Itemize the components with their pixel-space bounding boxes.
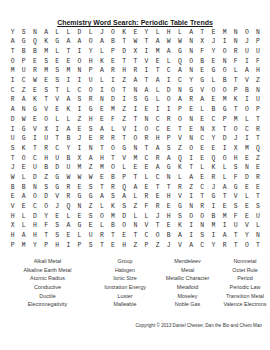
grid-cell: I [96,86,107,96]
grid-cell: I [74,106,85,116]
grid-cell: S [163,144,174,154]
word-list-item: Luster [95,291,155,300]
grid-cell: I [130,106,141,116]
grid-cell: A [85,154,96,164]
grid-cell: P [119,173,130,183]
grid-cell: I [241,57,252,67]
grid-cell: Z [40,173,51,183]
grid-cell: Z [74,115,85,125]
grid-cell: T [130,115,141,125]
grid-cell: A [18,231,29,241]
grid-cell: A [18,96,29,106]
grid-cell: E [197,144,208,154]
grid-cell: U [52,154,63,164]
grid-cell: R [186,96,197,106]
grid-cell: S [197,231,208,241]
grid-cell: E [252,183,263,193]
grid-cell: I [74,144,85,154]
grid-cell: I [186,231,197,241]
grid-cell: V [40,106,51,116]
grid-cell: I [29,135,40,145]
grid-cell: T [119,86,130,96]
grid-cell: T [107,154,118,164]
grid-cell: S [85,183,96,193]
grid-cell: O [174,115,185,125]
grid-cell: K [174,164,185,174]
grid-cell: E [141,183,152,193]
grid-cell: T [141,144,152,154]
grid-cell: L [163,57,174,67]
grid-cell: T [52,86,63,96]
grid-cell: C [141,231,152,241]
grid-cell: R [29,67,40,77]
grid-cell: C [197,135,208,145]
grid-cell: I [152,106,163,116]
grid-cell: J [163,241,174,251]
grid-cell: Z [130,241,141,251]
grid-cell: M [219,28,230,38]
grid-cell: M [40,67,51,77]
grid-cell: E [63,57,74,67]
grid-cell: V [174,135,185,145]
grid-cell: Z [252,154,263,164]
grid-cell: P [219,115,230,125]
grid-cell: X [40,125,51,135]
grid-cell: E [29,57,40,67]
grid-cell: T [252,115,263,125]
grid-cell: I [208,231,219,241]
grid-cell: T [252,193,263,203]
grid-cell: E [186,125,197,135]
grid-cell: I [130,125,141,135]
grid-cell: H [29,231,40,241]
grid-cell: H [252,67,263,77]
grid-cell: I [74,47,85,57]
grid-cell: N [186,202,197,212]
grid-cell: C [7,86,18,96]
grid-cell: L [197,106,208,116]
grid-cell: U [252,212,263,222]
grid-cell: X [74,154,85,164]
grid-cell: J [208,183,219,193]
grid-cell: J [230,135,241,145]
grid-cell: R [141,135,152,145]
grid-cell: L [241,193,252,203]
grid-cell: L [63,86,74,96]
grid-cell: R [219,241,230,251]
grid-cell: E [52,106,63,116]
grid-cell: G [29,106,40,116]
word-list-item: Noble Gas [155,300,220,309]
grid-cell: I [52,125,63,135]
grid-cell: E [130,164,141,174]
grid-cell: K [96,57,107,67]
grid-cell: G [208,193,219,203]
grid-cell: E [163,125,174,135]
grid-cell: J [208,38,219,48]
grid-cell: H [96,154,107,164]
grid-cell: R [63,183,74,193]
word-list-item: Group [95,257,155,266]
grid-cell: P [252,38,263,48]
grid-cell: D [7,115,18,125]
grid-cell: L [130,193,141,203]
grid-cell: V [174,241,185,251]
grid-cell: X [130,47,141,57]
grid-cell: X [230,144,241,154]
grid-cell: N [219,57,230,67]
grid-cell: P [174,106,185,116]
grid-cell: S [18,28,29,38]
word-list-item: Ionic Size [95,274,155,283]
grid-cell: R [130,67,141,77]
grid-cell: O [197,212,208,222]
grid-cell: A [7,38,18,48]
grid-cell: B [107,173,118,183]
grid-cell: C [152,173,163,183]
grid-cell: T [96,144,107,154]
grid-cell: B [197,57,208,67]
grid-cell: E [208,28,219,38]
grid-cell: M [152,47,163,57]
grid-cell: U [85,76,96,86]
grid-cell: X [208,125,219,135]
grid-cell: W [74,173,85,183]
grid-cell: B [18,183,29,193]
grid-cell: H [119,241,130,251]
grid-cell: R [152,154,163,164]
grid-cell: E [96,106,107,116]
grid-cell: G [230,183,241,193]
grid-cell: E [40,76,51,86]
grid-cell: T [130,57,141,67]
grid-cell: S [52,76,63,86]
grid-cell: T [96,241,107,251]
grid-cell: S [130,96,141,106]
grid-cell: I [241,135,252,145]
grid-cell: T [29,144,40,154]
grid-cell: S [119,202,130,212]
grid-cell: O [74,57,85,67]
grid-cell: H [119,67,130,77]
grid-cell: K [40,38,51,48]
grid-cell: R [85,96,96,106]
grid-cell: B [107,38,118,48]
grid-cell: P [107,47,118,57]
grid-cell: M [40,47,51,57]
word-list: Alkali MetalAlkaline Earth MetalAtomic R… [0,257,270,309]
grid-cell: H [85,115,96,125]
grid-cell: O [186,212,197,222]
grid-cell: E [186,106,197,116]
grid-cell: G [186,86,197,96]
grid-cell: A [63,222,74,232]
grid-cell: P [163,135,174,145]
grid-cell: E [219,202,230,212]
grid-cell: L [63,212,74,222]
grid-cell: T [7,154,18,164]
grid-cell: A [174,67,185,77]
grid-cell: O [208,86,219,96]
grid-cell: C [174,76,185,86]
grid-cell: V [230,193,241,203]
grid-cell: D [29,173,40,183]
grid-cell: O [219,47,230,57]
grid-cell: R [252,125,263,135]
grid-cell: S [7,144,18,154]
grid-cell: J [74,135,85,145]
grid-cell: A [74,38,85,48]
grid-cell: E [197,115,208,125]
grid-cell: L [197,164,208,174]
grid-cell: I [74,76,85,86]
grid-cell: L [107,125,118,135]
grid-cell: R [63,193,74,203]
grid-cell: N [252,28,263,38]
grid-cell: M [18,241,29,251]
grid-cell: R [141,193,152,203]
grid-cell: E [252,164,263,174]
grid-cell: N [230,28,241,38]
word-list-item: Transition Metal [220,291,270,300]
grid-cell: T [174,125,185,135]
grid-cell: A [119,193,130,203]
grid-cell: A [186,28,197,38]
grid-cell: E [241,183,252,193]
grid-cell: A [96,125,107,135]
grid-cell: L [63,115,74,125]
grid-cell: E [52,212,63,222]
grid-cell: O [152,231,163,241]
grid-cell: F [197,47,208,57]
grid-cell: B [241,86,252,96]
grid-cell: T [252,135,263,145]
grid-cell: P [141,241,152,251]
grid-cell: U [241,47,252,57]
grid-cell: A [96,67,107,77]
grid-cell: V [174,193,185,203]
grid-cell: Z [130,202,141,212]
grid-cell: W [18,115,29,125]
grid-cell: M [107,106,118,116]
grid-cell: H [163,193,174,203]
grid-cell: Y [63,144,74,154]
grid-cell: F [141,202,152,212]
word-list-item: Metal [155,266,220,275]
grid-cell: L [74,231,85,241]
grid-cell: V [52,96,63,106]
grid-cell: T [230,231,241,241]
grid-cell: D [29,212,40,222]
grid-cell: D [52,164,63,174]
grid-cell: N [130,222,141,232]
grid-cell: Z [119,76,130,86]
grid-cell: C [197,241,208,251]
grid-cell: Y [241,231,252,241]
grid-cell: R [174,183,185,193]
grid-cell: R [163,115,174,125]
grid-cell: A [163,154,174,164]
grid-cell: A [152,76,163,86]
grid-cell: Y [208,241,219,251]
grid-cell: I [63,76,74,86]
grid-cell: A [152,38,163,48]
grid-cell: Y [141,28,152,38]
grid-cell: T [96,183,107,193]
grid-cell: K [18,144,29,154]
grid-cell: U [7,135,18,145]
grid-cell: T [230,106,241,116]
grid-cell: P [40,241,51,251]
grid-cell: Y [7,28,18,38]
grid-cell: E [52,57,63,67]
grid-cell: O [141,125,152,135]
grid-cell: Y [208,135,219,145]
grid-cell: R [7,96,18,106]
grid-cell: I [241,96,252,106]
word-list-item: Alkali Metal [0,257,95,266]
grid-cell: S [107,193,118,203]
grid-cell: E [141,106,152,116]
grid-cell: O [85,86,96,96]
grid-cell: I [186,193,197,203]
grid-cell: L [219,173,230,183]
grid-cell: T [141,38,152,48]
grid-cell: E [119,231,130,241]
grid-cell: A [96,193,107,203]
grid-cell: F [252,57,263,67]
grid-cell: G [174,202,185,212]
grid-cell: N [241,164,252,174]
grid-cell: C [197,183,208,193]
grid-cell: N [174,86,185,96]
grid-cell: T [119,38,130,48]
grid-cell: L [152,86,163,96]
grid-cell: T [152,67,163,77]
grid-cell: L [219,164,230,174]
grid-cell: X [197,38,208,48]
grid-cell: I [186,154,197,164]
grid-cell: O [18,154,29,164]
grid-cell: I [219,38,230,48]
grid-cell: Q [174,57,185,67]
grid-cell: O [96,212,107,222]
grid-cell: V [7,202,18,212]
grid-cell: R [40,144,51,154]
grid-cell: C [74,86,85,96]
grid-cell: T [197,193,208,203]
grid-cell: G [52,38,63,48]
grid-cell: E [163,222,174,232]
grid-cell: Z [119,106,130,116]
grid-cell: C [141,154,152,164]
grid-cell: S [85,125,96,135]
grid-cell: N [96,96,107,106]
grid-cell: B [63,154,74,164]
grid-cell: P [85,67,96,77]
grid-cell: T [252,241,263,251]
grid-cell: G [85,106,96,116]
grid-cell: H [29,222,40,232]
grid-cell: J [52,202,63,212]
grid-cell: O [29,193,40,203]
grid-cell: S [85,241,96,251]
word-list-item: Ductile [0,291,95,300]
grid-cell: S [252,202,263,212]
grid-cell: N [252,86,263,96]
grid-cell: E [107,57,118,67]
grid-cell: M [63,67,74,77]
grid-cell: I [141,47,152,57]
grid-cell: L [96,76,107,86]
grid-cell: P [230,86,241,96]
grid-cell: G [74,222,85,232]
grid-cell: T [40,231,51,241]
grid-cell: C [29,154,40,164]
grid-cell: D [74,28,85,38]
grid-cell: S [52,67,63,77]
grid-cell: O [241,28,252,38]
grid-cell: O [107,164,118,174]
grid-cell: M [130,154,141,164]
grid-cell: D [40,193,51,203]
grid-cell: G [18,38,29,48]
grid-cell: N [163,173,174,183]
grid-cell: E [197,154,208,164]
grid-cell: T [163,183,174,193]
grid-cell: S [40,183,51,193]
grid-cell: T [219,125,230,135]
grid-cell: M [107,212,118,222]
grid-cell: W [29,76,40,86]
grid-cell: G [18,135,29,145]
grid-cell: G [119,144,130,154]
word-list-item: Octet Rule [220,266,270,275]
grid-cell: U [40,135,51,145]
grid-cell: F [230,57,241,67]
grid-cell: A [241,67,252,77]
grid-cell: H [163,212,174,222]
grid-cell: A [186,173,197,183]
word-list-item: Electronegativity [0,300,95,309]
grid-cell: G [85,193,96,203]
grid-cell: N [29,183,40,193]
grid-cell: I [63,241,74,251]
grid-cell: F [230,173,241,183]
grid-cell: Q [252,144,263,154]
grid-cell: E [241,154,252,164]
word-list-item: Malleable [95,300,155,309]
grid-cell: S [52,231,63,241]
grid-cell: A [130,183,141,193]
grid-cell: Z [252,76,263,86]
grid-cell: F [40,222,51,232]
grid-cell: N [18,106,29,116]
grid-cell: M [7,67,18,77]
grid-cell: E [152,57,163,67]
grid-cell: W [174,38,185,48]
grid-cell: Z [152,241,163,251]
grid-cell: H [52,241,63,251]
grid-cell: A [174,96,185,106]
grid-cell: W [163,38,174,48]
grid-cell: N [186,115,197,125]
grid-cell: C [152,115,163,125]
grid-cell: S [85,212,96,222]
word-list-item: Conductive [0,283,95,292]
grid-cell: P [18,57,29,67]
grid-cell: C [208,115,219,125]
